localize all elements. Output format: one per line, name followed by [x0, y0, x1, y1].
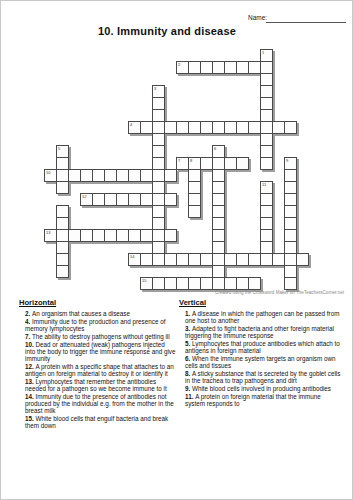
clue-item: 14. Immunity due to the presence of anti…: [19, 393, 176, 415]
grid-cell: [284, 121, 297, 134]
clue-number: 1: [262, 51, 264, 55]
grid-cell: [164, 193, 177, 206]
clue-number: 8: [190, 159, 192, 163]
clue-item: 9. White blood cells involved in produci…: [179, 385, 341, 392]
grid-cell: [236, 157, 249, 170]
vertical-heading: Vertical: [179, 299, 341, 308]
grid-cell: [260, 157, 273, 170]
grid-cell: [248, 277, 261, 290]
vertical-clue-list: 1. A disease in which the pathogen can b…: [179, 310, 341, 407]
clue-number: 4: [130, 123, 132, 127]
clue-item: 12. A protein with a specific shape that…: [19, 363, 176, 377]
horizontal-heading: Horizontal: [19, 299, 176, 308]
clue-number: 3: [154, 87, 156, 91]
clue-item: 2. An organism that causes a disease: [19, 310, 176, 317]
horizontal-clues-section: Horizontal 2. An organism that causes a …: [19, 299, 176, 430]
grid-cell: [164, 229, 177, 242]
grid-cell: [296, 253, 309, 266]
grid-cell: [164, 169, 177, 182]
clue-number: 12: [82, 195, 86, 199]
clue-number: 7: [178, 159, 180, 163]
clue-item: 10. Dead or attenuated (weak) pathogens …: [19, 341, 176, 363]
clue-number: 10: [46, 171, 50, 175]
clue-item: 7. The ability to destroy pathogens with…: [19, 333, 176, 340]
page-title: 10. Immunity and disease: [1, 25, 333, 37]
clue-item: 5. Lymphocytes that produce antibodies w…: [179, 340, 341, 354]
clue-number: 14: [130, 255, 134, 259]
clue-number: 6: [214, 147, 216, 151]
crossword-grid: 123456789101112131415: [44, 49, 310, 291]
clue-number: 5: [58, 147, 60, 151]
clue-item: 8. A sticky substance that is secreted b…: [179, 370, 341, 384]
clue-item: 4. Immunity due to the production and pr…: [19, 318, 176, 332]
clue-item: 15. White blood cells that engulf bacter…: [19, 415, 176, 429]
clue-number: 9: [286, 159, 288, 163]
clue-item: 3. Adapted to fight bacteria and other f…: [179, 325, 341, 339]
name-label: Name:: [248, 14, 267, 21]
clue-item: 6. When the immune system targets an org…: [179, 355, 341, 369]
worksheet-page: 10. Immunity and disease Name: 123456789…: [0, 0, 353, 500]
clue-item: 1. A disease in which the pathogen can b…: [179, 310, 341, 324]
clue-item: 13. Lymphocytes that remember the antibo…: [19, 378, 176, 392]
grid-cell: [56, 181, 69, 194]
vertical-clues-section: Vertical 1. A disease in which the patho…: [179, 299, 341, 408]
credit-line: Created using the Crossword Maker on The…: [215, 290, 344, 295]
grid-cell: [284, 277, 297, 290]
name-blank-line: [266, 14, 346, 23]
grid-cell: [56, 265, 69, 278]
clue-number: 13: [46, 231, 50, 235]
horizontal-clue-list: 2. An organism that causes a disease4. I…: [19, 310, 176, 429]
grid-cell: [188, 205, 201, 218]
clue-item: 11. A protein on foreign material that t…: [179, 393, 341, 407]
clue-number: 11: [262, 183, 266, 187]
clue-number: 15: [142, 279, 146, 283]
clue-number: 2: [178, 63, 180, 67]
